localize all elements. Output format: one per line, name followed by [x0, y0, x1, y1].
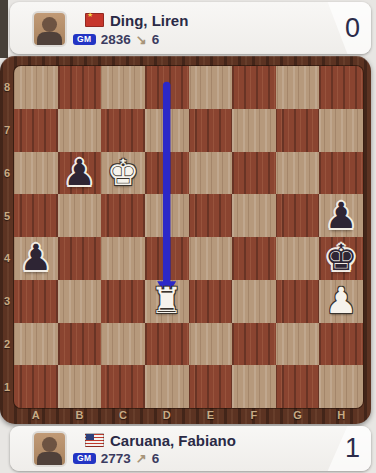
- square-d5[interactable]: [145, 194, 189, 237]
- square-h3[interactable]: [319, 280, 363, 323]
- square-e7[interactable]: [189, 109, 233, 152]
- square-f8[interactable]: [232, 66, 276, 109]
- file-label-h: H: [319, 408, 363, 422]
- rank-label-3: 3: [0, 280, 14, 323]
- file-label-b: B: [58, 408, 102, 422]
- rating-trend-value-top: 6: [152, 32, 160, 47]
- square-g5[interactable]: [276, 194, 320, 237]
- file-label-g: G: [276, 408, 320, 422]
- title-badge-gm: GM: [73, 453, 96, 465]
- square-b3[interactable]: [58, 280, 102, 323]
- rank-label-5: 5: [0, 194, 14, 237]
- title-badge-gm: GM: [73, 34, 96, 46]
- square-h4[interactable]: [319, 237, 363, 280]
- square-d8[interactable]: [145, 66, 189, 109]
- square-c5[interactable]: [101, 194, 145, 237]
- square-h6[interactable]: [319, 152, 363, 195]
- match-score-bottom: 1: [345, 426, 360, 471]
- square-c2[interactable]: [101, 323, 145, 366]
- square-g6[interactable]: [276, 152, 320, 195]
- square-f7[interactable]: [232, 109, 276, 152]
- flag-icon-china: [85, 13, 104, 27]
- square-b8[interactable]: [58, 66, 102, 109]
- square-b7[interactable]: [58, 109, 102, 152]
- square-c3[interactable]: [101, 280, 145, 323]
- avatar-silhouette: [37, 452, 62, 467]
- match-score-top: 0: [345, 2, 360, 54]
- square-b4[interactable]: [58, 237, 102, 280]
- square-b1[interactable]: [58, 365, 102, 408]
- rating-trend-down-icon: ↘: [136, 32, 147, 47]
- square-c8[interactable]: [101, 66, 145, 109]
- square-h1[interactable]: [319, 365, 363, 408]
- square-h7[interactable]: [319, 109, 363, 152]
- player-card-bottom: Caruana, Fabiano GM 2773 ↗ 6 1: [10, 426, 371, 471]
- square-d3[interactable]: [145, 280, 189, 323]
- square-f1[interactable]: [232, 365, 276, 408]
- score-wedge: [309, 426, 371, 471]
- square-a5[interactable]: [14, 194, 58, 237]
- square-h2[interactable]: [319, 323, 363, 366]
- square-h5[interactable]: [319, 194, 363, 237]
- rank-label-8: 8: [0, 66, 14, 109]
- square-e1[interactable]: [189, 365, 233, 408]
- broadcast-board-panel: Ding, Liren GM 2836 ↘ 6 0 ♟♚♟♟♚♜♟ 876543…: [0, 0, 376, 473]
- rank-label-2: 2: [0, 323, 14, 366]
- rating-trend-value-bottom: 6: [152, 451, 160, 466]
- square-c7[interactable]: [101, 109, 145, 152]
- square-g4[interactable]: [276, 237, 320, 280]
- square-d6[interactable]: [145, 152, 189, 195]
- rating-trend-up-icon: ↗: [136, 451, 147, 466]
- square-h8[interactable]: [319, 66, 363, 109]
- square-f4[interactable]: [232, 237, 276, 280]
- square-g2[interactable]: [276, 323, 320, 366]
- square-g3[interactable]: [276, 280, 320, 323]
- square-e2[interactable]: [189, 323, 233, 366]
- square-e4[interactable]: [189, 237, 233, 280]
- square-a2[interactable]: [14, 323, 58, 366]
- square-g8[interactable]: [276, 66, 320, 109]
- flag-icon-usa: [85, 433, 104, 447]
- avatar-ding: [32, 11, 67, 47]
- square-a7[interactable]: [14, 109, 58, 152]
- square-a6[interactable]: [14, 152, 58, 195]
- side-panel-edge: [0, 0, 8, 58]
- square-b5[interactable]: [58, 194, 102, 237]
- square-d7[interactable]: [145, 109, 189, 152]
- player-name-top: Ding, Liren: [110, 12, 188, 29]
- rank-label-1: 1: [0, 365, 14, 408]
- square-e8[interactable]: [189, 66, 233, 109]
- chess-board[interactable]: ♟♚♟♟♚♜♟: [14, 66, 363, 408]
- square-c1[interactable]: [101, 365, 145, 408]
- rank-label-6: 6: [0, 152, 14, 195]
- avatar-silhouette: [42, 437, 57, 452]
- avatar-caruana: [32, 431, 67, 467]
- square-e5[interactable]: [189, 194, 233, 237]
- square-d2[interactable]: [145, 323, 189, 366]
- square-b6[interactable]: [58, 152, 102, 195]
- square-a1[interactable]: [14, 365, 58, 408]
- square-d4[interactable]: [145, 237, 189, 280]
- file-label-f: F: [232, 408, 276, 422]
- square-b2[interactable]: [58, 323, 102, 366]
- file-label-c: C: [101, 408, 145, 422]
- file-label-e: E: [189, 408, 233, 422]
- square-g7[interactable]: [276, 109, 320, 152]
- score-wedge: [309, 2, 371, 54]
- board-squares: [14, 66, 363, 408]
- avatar-silhouette: [42, 17, 57, 32]
- square-a8[interactable]: [14, 66, 58, 109]
- square-d1[interactable]: [145, 365, 189, 408]
- file-label-d: D: [145, 408, 189, 422]
- rank-label-4: 4: [0, 237, 14, 280]
- square-a4[interactable]: [14, 237, 58, 280]
- square-a3[interactable]: [14, 280, 58, 323]
- file-label-a: A: [14, 408, 58, 422]
- square-f3[interactable]: [232, 280, 276, 323]
- rank-label-7: 7: [0, 109, 14, 152]
- player-card-top: Ding, Liren GM 2836 ↘ 6 0: [10, 2, 371, 54]
- square-c4[interactable]: [101, 237, 145, 280]
- square-f6[interactable]: [232, 152, 276, 195]
- square-c6[interactable]: [101, 152, 145, 195]
- square-e3[interactable]: [189, 280, 233, 323]
- avatar-silhouette: [37, 32, 62, 47]
- square-f2[interactable]: [232, 323, 276, 366]
- square-g1[interactable]: [276, 365, 320, 408]
- player-rating-bottom: 2773: [101, 451, 131, 466]
- player-name-bottom: Caruana, Fabiano: [110, 432, 236, 449]
- player-rating-top: 2836: [101, 32, 131, 47]
- square-e6[interactable]: [189, 152, 233, 195]
- chess-board-frame: ♟♚♟♟♚♜♟ 87654321 ABCDEFGH: [0, 56, 371, 424]
- square-f5[interactable]: [232, 194, 276, 237]
